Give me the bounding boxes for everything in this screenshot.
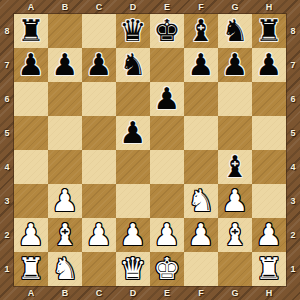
- square-e6[interactable]: ♟: [150, 82, 184, 116]
- square-a8[interactable]: ♜: [14, 14, 48, 48]
- square-g4[interactable]: ♝: [218, 150, 252, 184]
- white-pawn[interactable]: ♟: [82, 218, 116, 252]
- square-d6[interactable]: [116, 82, 150, 116]
- rank-label-left-4: 4: [0, 150, 14, 184]
- square-a7[interactable]: ♟: [14, 48, 48, 82]
- square-b3[interactable]: ♟: [48, 184, 82, 218]
- square-d4[interactable]: [116, 150, 150, 184]
- square-e2[interactable]: ♟: [150, 218, 184, 252]
- square-f2[interactable]: ♟: [184, 218, 218, 252]
- square-c4[interactable]: [82, 150, 116, 184]
- square-g1[interactable]: [218, 252, 252, 286]
- square-c3[interactable]: [82, 184, 116, 218]
- rank-label-right-3: 3: [286, 184, 300, 218]
- square-h4[interactable]: [252, 150, 286, 184]
- square-f1[interactable]: [184, 252, 218, 286]
- chess-board[interactable]: ♜♛♚♝♞♜♟♟♟♞♟♟♟♟♟♝♟♞♟♟♝♟♟♟♟♝♟♜♞♛♚♜: [14, 14, 286, 286]
- black-pawn[interactable]: ♟: [82, 48, 116, 82]
- black-knight[interactable]: ♞: [116, 48, 150, 82]
- square-g5[interactable]: [218, 116, 252, 150]
- square-d8[interactable]: ♛: [116, 14, 150, 48]
- black-queen[interactable]: ♛: [116, 14, 150, 48]
- rank-label-right-6: 6: [286, 82, 300, 116]
- square-d2[interactable]: ♟: [116, 218, 150, 252]
- square-b8[interactable]: [48, 14, 82, 48]
- white-pawn[interactable]: ♟: [184, 218, 218, 252]
- black-bishop[interactable]: ♝: [218, 150, 252, 184]
- square-c7[interactable]: ♟: [82, 48, 116, 82]
- square-f5[interactable]: [184, 116, 218, 150]
- square-h5[interactable]: [252, 116, 286, 150]
- rank-label-left-1: 1: [0, 252, 14, 286]
- square-c2[interactable]: ♟: [82, 218, 116, 252]
- square-a5[interactable]: [14, 116, 48, 150]
- rank-label-right-2: 2: [286, 218, 300, 252]
- white-rook[interactable]: ♜: [252, 252, 286, 286]
- square-h7[interactable]: ♟: [252, 48, 286, 82]
- square-h8[interactable]: ♜: [252, 14, 286, 48]
- black-pawn[interactable]: ♟: [14, 48, 48, 82]
- square-f3[interactable]: ♞: [184, 184, 218, 218]
- file-label-top-c: C: [82, 0, 116, 14]
- square-h3[interactable]: [252, 184, 286, 218]
- rank-label-left-5: 5: [0, 116, 14, 150]
- rank-label-left-6: 6: [0, 82, 14, 116]
- white-rook[interactable]: ♜: [14, 252, 48, 286]
- square-g8[interactable]: ♞: [218, 14, 252, 48]
- square-a6[interactable]: [14, 82, 48, 116]
- square-f6[interactable]: [184, 82, 218, 116]
- white-pawn[interactable]: ♟: [252, 218, 286, 252]
- rank-label-right-5: 5: [286, 116, 300, 150]
- square-e1[interactable]: ♚: [150, 252, 184, 286]
- square-c5[interactable]: [82, 116, 116, 150]
- square-e3[interactable]: [150, 184, 184, 218]
- square-g6[interactable]: [218, 82, 252, 116]
- square-f8[interactable]: ♝: [184, 14, 218, 48]
- file-label-top-h: H: [252, 0, 286, 14]
- file-label-top-a: A: [14, 0, 48, 14]
- black-rook[interactable]: ♜: [14, 14, 48, 48]
- square-e4[interactable]: [150, 150, 184, 184]
- file-label-bottom-e: E: [150, 286, 184, 300]
- square-e5[interactable]: [150, 116, 184, 150]
- file-label-top-d: D: [116, 0, 150, 14]
- white-queen[interactable]: ♛: [116, 252, 150, 286]
- square-c6[interactable]: [82, 82, 116, 116]
- rank-labels-right: 87654321: [286, 14, 300, 286]
- rank-label-left-8: 8: [0, 14, 14, 48]
- file-label-top-e: E: [150, 0, 184, 14]
- white-pawn[interactable]: ♟: [150, 218, 184, 252]
- file-label-bottom-c: C: [82, 286, 116, 300]
- white-knight[interactable]: ♞: [184, 184, 218, 218]
- square-a3[interactable]: [14, 184, 48, 218]
- file-label-top-f: F: [184, 0, 218, 14]
- square-b1[interactable]: ♞: [48, 252, 82, 286]
- square-h1[interactable]: ♜: [252, 252, 286, 286]
- rank-label-right-1: 1: [286, 252, 300, 286]
- square-b2[interactable]: ♝: [48, 218, 82, 252]
- black-pawn[interactable]: ♟: [116, 116, 150, 150]
- rank-label-left-3: 3: [0, 184, 14, 218]
- white-pawn[interactable]: ♟: [14, 218, 48, 252]
- white-king[interactable]: ♚: [150, 252, 184, 286]
- rank-labels-left: 87654321: [0, 14, 14, 286]
- file-label-bottom-g: G: [218, 286, 252, 300]
- white-pawn[interactable]: ♟: [116, 218, 150, 252]
- file-labels-bottom: ABCDEFGH: [14, 286, 286, 300]
- file-label-bottom-h: H: [252, 286, 286, 300]
- square-e7[interactable]: [150, 48, 184, 82]
- square-b4[interactable]: [48, 150, 82, 184]
- square-d3[interactable]: [116, 184, 150, 218]
- square-g3[interactable]: ♟: [218, 184, 252, 218]
- white-pawn[interactable]: ♟: [218, 184, 252, 218]
- white-knight[interactable]: ♞: [48, 252, 82, 286]
- square-a1[interactable]: ♜: [14, 252, 48, 286]
- black-pawn[interactable]: ♟: [218, 48, 252, 82]
- black-knight[interactable]: ♞: [218, 14, 252, 48]
- black-pawn[interactable]: ♟: [150, 82, 184, 116]
- file-label-top-b: B: [48, 0, 82, 14]
- file-label-bottom-a: A: [14, 286, 48, 300]
- square-h6[interactable]: [252, 82, 286, 116]
- square-d1[interactable]: ♛: [116, 252, 150, 286]
- square-f7[interactable]: ♟: [184, 48, 218, 82]
- white-bishop[interactable]: ♝: [218, 218, 252, 252]
- file-label-bottom-d: D: [116, 286, 150, 300]
- square-g7[interactable]: ♟: [218, 48, 252, 82]
- rank-label-right-4: 4: [286, 150, 300, 184]
- rank-label-left-2: 2: [0, 218, 14, 252]
- square-e8[interactable]: ♚: [150, 14, 184, 48]
- file-label-bottom-b: B: [48, 286, 82, 300]
- white-pawn[interactable]: ♟: [48, 184, 82, 218]
- square-d7[interactable]: ♞: [116, 48, 150, 82]
- square-f4[interactable]: [184, 150, 218, 184]
- square-b6[interactable]: [48, 82, 82, 116]
- file-labels-top: ABCDEFGH: [14, 0, 286, 14]
- file-label-top-g: G: [218, 0, 252, 14]
- square-d5[interactable]: ♟: [116, 116, 150, 150]
- rank-label-right-7: 7: [286, 48, 300, 82]
- square-c8[interactable]: [82, 14, 116, 48]
- black-pawn[interactable]: ♟: [184, 48, 218, 82]
- square-h2[interactable]: ♟: [252, 218, 286, 252]
- file-label-bottom-f: F: [184, 286, 218, 300]
- black-pawn[interactable]: ♟: [48, 48, 82, 82]
- square-a4[interactable]: [14, 150, 48, 184]
- square-c1[interactable]: [82, 252, 116, 286]
- rank-label-right-8: 8: [286, 14, 300, 48]
- square-b5[interactable]: [48, 116, 82, 150]
- square-b7[interactable]: ♟: [48, 48, 82, 82]
- square-g2[interactable]: ♝: [218, 218, 252, 252]
- rank-label-left-7: 7: [0, 48, 14, 82]
- black-pawn[interactable]: ♟: [252, 48, 286, 82]
- black-bishop[interactable]: ♝: [184, 14, 218, 48]
- chess-board-frame: ABCDEFGH ABCDEFGH 87654321 87654321 ♜♛♚♝…: [0, 0, 300, 300]
- white-bishop[interactable]: ♝: [48, 218, 82, 252]
- black-rook[interactable]: ♜: [252, 14, 286, 48]
- square-a2[interactable]: ♟: [14, 218, 48, 252]
- black-king[interactable]: ♚: [150, 14, 184, 48]
